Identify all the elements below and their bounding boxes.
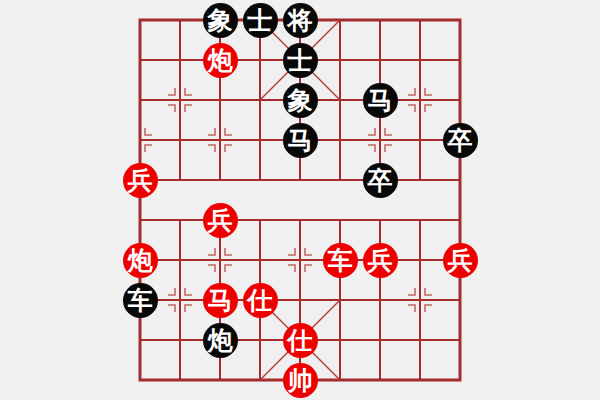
piece-red-advisor[interactable]: 仕 [243,283,278,318]
piece-black-advisor[interactable]: 士 [243,3,278,38]
piece-red-general[interactable]: 帅 [283,363,318,398]
piece-red-chariot[interactable]: 车 [323,243,358,278]
piece-black-advisor[interactable]: 士 [283,43,318,78]
piece-red-advisor[interactable]: 仕 [283,323,318,358]
piece-red-cannon[interactable]: 炮 [123,243,158,278]
piece-black-horse[interactable]: 马 [283,123,318,158]
piece-black-elephant[interactable]: 象 [283,83,318,118]
piece-black-chariot[interactable]: 车 [123,283,158,318]
piece-black-elephant[interactable]: 象 [203,3,238,38]
piece-black-horse[interactable]: 马 [363,83,398,118]
piece-red-soldier[interactable]: 兵 [443,243,478,278]
piece-black-general[interactable]: 将 [283,3,318,38]
piece-red-cannon[interactable]: 炮 [203,43,238,78]
piece-black-soldier[interactable]: 卒 [363,163,398,198]
piece-black-soldier[interactable]: 卒 [443,123,478,158]
piece-black-cannon[interactable]: 炮 [203,323,238,358]
pieces-grid: 象士将炮士象马马卒兵卒兵炮车兵兵车马仕炮仕帅 [120,0,480,400]
xiangqi-board: 象士将炮士象马马卒兵卒兵炮车兵兵车马仕炮仕帅 [0,0,600,400]
piece-red-soldier[interactable]: 兵 [123,163,158,198]
piece-red-horse[interactable]: 马 [203,283,238,318]
piece-red-soldier[interactable]: 兵 [363,243,398,278]
piece-red-soldier[interactable]: 兵 [203,203,238,238]
